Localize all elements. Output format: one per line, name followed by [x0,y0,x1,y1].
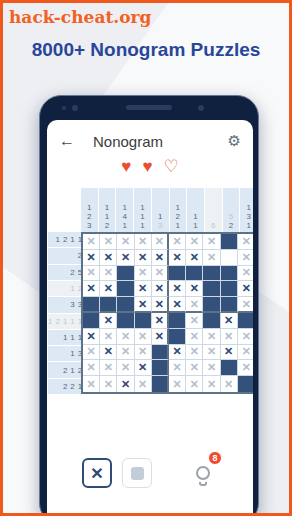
grid-cell[interactable] [169,266,186,282]
back-arrow-icon[interactable]: ← [59,132,75,150]
grid-cell[interactable]: ✕ [100,250,117,266]
grid-cell[interactable]: ✕ [169,281,186,297]
grid-cell[interactable]: ✕ [186,313,203,329]
row-clue: 13 [48,346,85,361]
grid-cell[interactable]: ✕ [152,234,169,250]
clue-digit: 1 [105,203,109,212]
row-clue: 12111 [48,314,85,329]
grid-cell[interactable] [117,297,134,313]
grid-cell[interactable]: ✕ [203,329,220,345]
column-clue: 6 [205,188,222,232]
column-clue: 112 [99,188,116,232]
camera-dot-icon [62,106,66,110]
fill-tool-button[interactable] [122,458,152,488]
clue-digit: 2 [70,268,74,277]
grid-cell[interactable]: ✕ [83,266,100,282]
grid-cell[interactable]: ✕ [83,329,100,345]
clue-digit: 1 [70,333,74,342]
grid-cell[interactable]: ✕ [203,360,220,376]
clue-digit: 2 [105,221,109,230]
clue-digit: 1 [70,366,74,375]
grid-cell[interactable]: ✕ [135,266,152,282]
row-clue: 221 [48,379,85,394]
grid-cell[interactable]: ✕ [186,250,203,266]
grid-cell[interactable] [135,313,152,329]
grid-cell[interactable]: ✕ [83,250,100,266]
grid-cell[interactable]: ✕ [238,360,253,376]
clue-digit: 2 [70,382,74,391]
grid-cell[interactable]: ✕ [152,250,169,266]
column-clues-panel: 1231121411111312111652131 [81,188,253,232]
clue-digit: 3 [246,212,250,221]
lightbulb-base-icon [199,482,207,486]
clue-digit: 1 [70,235,74,244]
clue-digit: 1 [63,317,67,326]
row-clue: 212 [48,362,85,377]
grid-cell[interactable]: ✕ [221,329,238,345]
clue-digit: 1 [176,203,180,212]
clue-digit: 1 [193,221,197,230]
row-clue: 12 [48,281,85,296]
grid-cell[interactable]: ✕ [100,376,117,392]
grid-cell[interactable]: ✕ [100,345,117,361]
grid-cell[interactable]: ✕ [169,297,186,313]
heart-filled-icon: ♥ [121,158,131,176]
grid-cell[interactable]: ✕ [238,266,253,282]
grid-cell[interactable]: ✕ [100,360,117,376]
clue-digit: 2 [87,212,91,221]
grid-cell[interactable]: ✕ [238,297,253,313]
clue-digit: 1 [158,212,162,221]
hint-button[interactable]: 8 [188,458,218,488]
grid-cell[interactable] [221,250,238,266]
grid-cell[interactable] [203,297,220,313]
grid-cell[interactable] [221,281,238,297]
row-clue: 111 [48,330,85,345]
column-clue: 121 [170,188,187,232]
grid-cell[interactable]: ✕ [152,297,169,313]
grid-cell[interactable] [152,360,169,376]
grid-cell[interactable]: ✕ [186,297,203,313]
grid-cell[interactable] [203,266,220,282]
grid-cell[interactable]: ✕ [135,345,152,361]
grid-cell[interactable]: ✕ [169,360,186,376]
grid-cell[interactable]: ✕ [238,234,253,250]
clue-digit: 1 [140,221,144,230]
grid-cell[interactable] [169,329,186,345]
bottom-toolbar: ✕ 8 [47,458,253,488]
column-clue: 123 [81,188,98,232]
clue-digit: 1 [87,203,91,212]
clue-digit: 1 [140,203,144,212]
grid-cell[interactable] [203,281,220,297]
watermark-text: hack-cheat.org [9,7,151,27]
heart-empty-icon: ♡ [163,158,178,176]
clue-digit: 1 [176,221,180,230]
settings-gear-icon[interactable]: ⚙ [228,132,241,150]
grid-cell[interactable]: ✕ [100,329,117,345]
clue-digit: 2 [63,366,67,375]
grid-cell[interactable] [152,376,169,392]
grid-cell[interactable]: ✕ [186,329,203,345]
clue-digit: 1 [246,221,250,230]
clue-digit: 5 [229,212,233,221]
row-clues-panel: 121122512331211111113212221 [48,232,80,394]
lightbulb-icon [196,466,210,480]
grid-cell[interactable]: ✕ [117,345,134,361]
grid-cell[interactable]: ✕ [100,266,117,282]
grid-cell[interactable]: ✕ [203,376,220,392]
clue-digit: 1 [140,212,144,221]
app-bar: ← Nonogram ⚙ [47,128,253,156]
grid-cell[interactable]: ✕ [83,234,100,250]
grid-cell[interactable]: ✕ [117,250,134,266]
row-clue: 33 [48,297,85,312]
nonogram-board: ✕✕✕✕✕✕✕✕✕✕✕✕✕✕✕✕✕✕✕✕✕✕✕✕✕✕✕✕✕✕✕✕✕✕✕✕✕✕✕✕… [81,232,253,394]
grid-cell[interactable]: ✕ [83,281,100,297]
clue-digit: 2 [229,221,233,230]
app-screen: ← Nonogram ⚙ ♥♥♡ 12311214111113121116521… [47,120,253,516]
x-mark-tool-button[interactable]: ✕ [82,458,112,488]
grid-cell[interactable]: ✕ [135,250,152,266]
camera-dot-icon [72,105,78,111]
grid-cell[interactable]: ✕ [238,345,253,361]
app-title: Nonogram [93,133,163,150]
grid-cell[interactable]: ✕ [169,376,186,392]
grid-cell[interactable]: ✕ [186,281,203,297]
grid-cell[interactable] [238,376,253,392]
clue-digit: 2 [63,235,67,244]
clue-digit: 2 [63,382,67,391]
grid-cell[interactable]: ✕ [117,234,134,250]
grid-cell[interactable]: ✕ [117,376,134,392]
grid-cell[interactable]: ✕ [83,360,100,376]
grid-cell[interactable]: ✕ [135,297,152,313]
grid-cell[interactable]: ✕ [238,281,253,297]
grid-cell[interactable] [117,281,134,297]
clue-digit: 3 [87,221,91,230]
grid-cell[interactable]: ✕ [186,345,203,361]
grid-cell[interactable] [152,345,169,361]
row-clue: 2 [48,248,85,263]
grid-cell[interactable]: ✕ [100,281,117,297]
hint-count-badge: 8 [208,451,222,465]
clue-digit: 1 [246,203,250,212]
grid-cell[interactable] [221,266,238,282]
grid-cell[interactable]: ✕ [117,329,134,345]
camera-dot-icon [198,105,204,111]
grid-cell[interactable]: ✕ [152,329,169,345]
clue-digit: 2 [176,212,180,221]
grid-cell[interactable]: ✕ [100,234,117,250]
clue-digit: 2 [55,317,59,326]
grid-cell[interactable]: ✕ [100,313,117,329]
grid-cell[interactable]: ✕ [83,345,100,361]
page-title: 8000+ Nonogram Puzzles [3,39,289,61]
clue-digit: 1 [70,349,74,358]
grid-cell[interactable] [100,297,117,313]
grid-cell[interactable]: ✕ [186,360,203,376]
grid-cell[interactable]: ✕ [238,250,253,266]
heart-filled-icon: ♥ [142,158,152,176]
clue-digit: 6 [211,221,215,230]
grid-cell[interactable] [83,297,100,313]
row-clue: 25 [48,265,85,280]
clue-digit: 3 [158,221,162,230]
screenshot-frame: hack-cheat.org 8000+ Nonogram Puzzles ← … [0,0,292,516]
grid-cell[interactable]: ✕ [135,234,152,250]
lives-hearts: ♥♥♡ [47,158,253,176]
grid-cell[interactable]: ✕ [221,313,238,329]
grid-cell[interactable] [203,313,220,329]
grid-cell[interactable] [221,360,238,376]
grid-cell[interactable]: ✕ [238,329,253,345]
grid-cell[interactable]: ✕ [169,234,186,250]
grid-cell[interactable]: ✕ [203,345,220,361]
grid-cell[interactable]: ✕ [152,281,169,297]
grid-cell[interactable] [186,266,203,282]
clue-digit: 1 [48,317,52,326]
clue-digit: 3 [70,300,74,309]
row-clue: 1211 [48,232,85,247]
clue-digit: 1 [55,235,59,244]
grid-cell[interactable]: ✕ [186,376,203,392]
fill-square-icon [131,467,144,480]
grid-cell[interactable]: ✕ [135,376,152,392]
clue-digit: 1 [70,317,74,326]
x-mark-icon: ✕ [90,464,103,483]
clue-digit: 1 [63,333,67,342]
column-clue: 131 [240,188,253,232]
grid-cell[interactable] [83,313,100,329]
grid-cell[interactable]: ✕ [117,360,134,376]
grid-cell[interactable] [221,297,238,313]
speaker-grille [126,105,172,110]
column-clue: 52 [223,188,240,232]
grid-cell[interactable]: ✕ [169,345,186,361]
grid-cell[interactable]: ✕ [221,345,238,361]
clue-digit: 1 [123,221,127,230]
grid-cell[interactable]: ✕ [83,376,100,392]
grid-cell[interactable]: ✕ [169,250,186,266]
grid-cell[interactable]: ✕ [203,250,220,266]
column-clue: 111 [134,188,151,232]
grid-cell[interactable]: ✕ [135,281,152,297]
clue-digit: 1 [193,212,197,221]
grid-cell[interactable]: ✕ [152,313,169,329]
clue-digit: 1 [70,284,74,293]
grid-cell[interactable] [221,234,238,250]
grid-cell[interactable] [169,313,186,329]
grid-cell[interactable]: ✕ [135,360,152,376]
grid-cell[interactable] [238,313,253,329]
grid-cell[interactable] [117,313,134,329]
clue-digit: 4 [123,212,127,221]
grid-cell[interactable]: ✕ [186,234,203,250]
phone-mockup: ← Nonogram ⚙ ♥♥♡ 12311214111113121116521… [39,95,259,516]
grid-cell[interactable]: ✕ [152,266,169,282]
clue-digit: 1 [105,212,109,221]
column-clue: 11 [187,188,204,232]
grid-cell[interactable] [117,266,134,282]
column-clue: 13 [152,188,169,232]
clue-digit: 1 [123,203,127,212]
grid-cell[interactable]: ✕ [203,234,220,250]
grid-cell[interactable]: ✕ [221,376,238,392]
grid-cell[interactable]: ✕ [135,329,152,345]
column-clue: 141 [116,188,133,232]
